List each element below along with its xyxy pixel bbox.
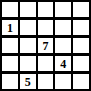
- grid-cell-r2c2[interactable]: [20, 20, 36, 35]
- grid-cell-r4c4[interactable]: 4: [55, 56, 71, 71]
- grid-cell-r2c3[interactable]: [38, 20, 54, 35]
- grid-cell-r3c1[interactable]: [2, 38, 18, 53]
- grid-cell-r4c1[interactable]: [2, 56, 18, 71]
- grid-cell-r5c4[interactable]: [55, 74, 71, 89]
- grid-cell-r1c5[interactable]: [73, 2, 89, 17]
- grid-cell-r4c3[interactable]: [38, 56, 54, 71]
- grid-cell-r3c2[interactable]: [20, 38, 36, 53]
- grid-cell-r3c4[interactable]: [55, 38, 71, 53]
- grid-cell-r1c4[interactable]: [55, 2, 71, 17]
- grid-cell-r1c2[interactable]: [20, 2, 36, 17]
- grid-cell-r2c4[interactable]: [55, 20, 71, 35]
- grid-cell-r5c2[interactable]: 5: [20, 74, 36, 89]
- grid-cell-r5c3[interactable]: [38, 74, 54, 89]
- grid-cell-r5c5[interactable]: [73, 74, 89, 89]
- grid-cell-r4c2[interactable]: [20, 56, 36, 71]
- grid-cell-r1c1[interactable]: [2, 2, 18, 17]
- grid-cell-r4c5[interactable]: [73, 56, 89, 71]
- grid-cell-r2c1[interactable]: 1: [2, 20, 18, 35]
- puzzle-board: 1745: [0, 0, 91, 91]
- grid-cell-r3c3[interactable]: 7: [38, 38, 54, 53]
- grid-cell-r3c5[interactable]: [73, 38, 89, 53]
- grid-cell-r5c1[interactable]: [2, 74, 18, 89]
- grid-cell-r2c5[interactable]: [73, 20, 89, 35]
- grid-cell-r1c3[interactable]: [38, 2, 54, 17]
